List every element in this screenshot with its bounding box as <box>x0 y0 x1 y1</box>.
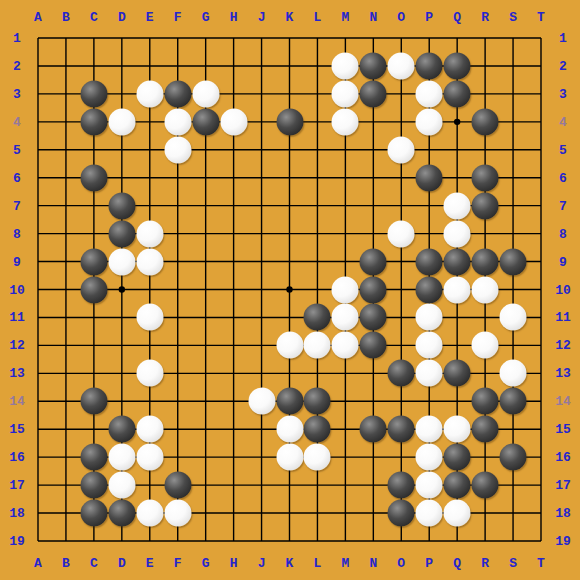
black-stone-O13 <box>388 360 415 387</box>
col-label-bottom-T: T <box>537 557 545 570</box>
row-label-right-6: 6 <box>559 171 567 184</box>
row-label-left-13: 13 <box>9 367 25 380</box>
white-stone-K16 <box>276 444 303 471</box>
black-stone-K4 <box>276 108 303 135</box>
col-label-top-J: J <box>258 11 266 24</box>
row-label-right-3: 3 <box>559 87 567 100</box>
black-stone-D18 <box>108 500 135 527</box>
col-label-top-O: O <box>397 11 405 24</box>
black-stone-S16 <box>500 444 527 471</box>
white-stone-P12 <box>416 332 443 359</box>
black-stone-C9 <box>80 248 107 275</box>
star-point-D10 <box>119 286 125 292</box>
black-stone-G4 <box>192 108 219 135</box>
white-stone-M3 <box>332 80 359 107</box>
white-stone-P17 <box>416 472 443 499</box>
col-label-bottom-K: K <box>286 557 294 570</box>
black-stone-Q2 <box>444 52 471 79</box>
row-label-left-5: 5 <box>13 143 21 156</box>
col-label-bottom-M: M <box>341 557 349 570</box>
col-label-top-E: E <box>146 11 154 24</box>
row-label-left-15: 15 <box>9 423 25 436</box>
col-label-bottom-O: O <box>397 557 405 570</box>
col-label-bottom-G: G <box>202 557 210 570</box>
col-label-bottom-R: R <box>481 557 489 570</box>
white-stone-Q15 <box>444 416 471 443</box>
row-label-left-8: 8 <box>13 227 21 240</box>
white-stone-R10 <box>472 276 499 303</box>
black-stone-C17 <box>80 472 107 499</box>
col-label-top-N: N <box>369 11 377 24</box>
row-label-left-6: 6 <box>13 171 21 184</box>
black-stone-C18 <box>80 500 107 527</box>
black-stone-O17 <box>388 472 415 499</box>
black-stone-R9 <box>472 248 499 275</box>
white-stone-K15 <box>276 416 303 443</box>
col-label-bottom-S: S <box>509 557 517 570</box>
black-stone-C6 <box>80 164 107 191</box>
row-label-right-18: 18 <box>555 507 571 520</box>
white-stone-E16 <box>136 444 163 471</box>
white-stone-R12 <box>472 332 499 359</box>
col-label-top-H: H <box>230 11 238 24</box>
row-label-right-2: 2 <box>559 59 567 72</box>
black-stone-N15 <box>360 416 387 443</box>
white-stone-L12 <box>304 332 331 359</box>
black-stone-N11 <box>360 304 387 331</box>
white-stone-J14 <box>248 388 275 415</box>
row-label-right-15: 15 <box>555 423 571 436</box>
white-stone-D4 <box>108 108 135 135</box>
row-label-left-16: 16 <box>9 451 25 464</box>
white-stone-M11 <box>332 304 359 331</box>
white-stone-F4 <box>164 108 191 135</box>
row-label-left-17: 17 <box>9 479 25 492</box>
black-stone-D8 <box>108 220 135 247</box>
col-label-top-K: K <box>286 11 294 24</box>
white-stone-M4 <box>332 108 359 135</box>
white-stone-P13 <box>416 360 443 387</box>
col-label-top-Q: Q <box>453 11 461 24</box>
black-stone-P9 <box>416 248 443 275</box>
black-stone-C4 <box>80 108 107 135</box>
white-stone-E8 <box>136 220 163 247</box>
col-label-top-C: C <box>90 11 98 24</box>
star-point-Q4 <box>454 119 460 125</box>
black-stone-R6 <box>472 164 499 191</box>
white-stone-Q7 <box>444 192 471 219</box>
black-stone-C3 <box>80 80 107 107</box>
row-label-left-11: 11 <box>9 311 25 324</box>
row-label-right-8: 8 <box>559 227 567 240</box>
row-label-right-1: 1 <box>559 32 567 45</box>
white-stone-O2 <box>388 52 415 79</box>
row-label-left-19: 19 <box>9 535 25 548</box>
row-label-left-4: 4 <box>13 115 21 128</box>
row-label-right-7: 7 <box>559 199 567 212</box>
white-stone-F5 <box>164 136 191 163</box>
white-stone-F18 <box>164 500 191 527</box>
white-stone-E3 <box>136 80 163 107</box>
col-label-top-T: T <box>537 11 545 24</box>
col-label-bottom-P: P <box>425 557 433 570</box>
row-label-right-17: 17 <box>555 479 571 492</box>
white-stone-O5 <box>388 136 415 163</box>
black-stone-Q16 <box>444 444 471 471</box>
white-stone-D9 <box>108 248 135 275</box>
col-label-bottom-H: H <box>230 557 238 570</box>
black-stone-Q13 <box>444 360 471 387</box>
black-stone-L15 <box>304 416 331 443</box>
black-stone-L11 <box>304 304 331 331</box>
white-stone-Q8 <box>444 220 471 247</box>
black-stone-R14 <box>472 388 499 415</box>
black-stone-C14 <box>80 388 107 415</box>
white-stone-H4 <box>220 108 247 135</box>
row-label-right-16: 16 <box>555 451 571 464</box>
black-stone-F17 <box>164 472 191 499</box>
col-label-top-A: A <box>34 11 42 24</box>
row-label-right-14: 14 <box>555 395 571 408</box>
col-label-bottom-C: C <box>90 557 98 570</box>
white-stone-G3 <box>192 80 219 107</box>
black-stone-R7 <box>472 192 499 219</box>
black-stone-K14 <box>276 388 303 415</box>
col-label-bottom-J: J <box>258 557 266 570</box>
white-stone-P15 <box>416 416 443 443</box>
row-label-right-12: 12 <box>555 339 571 352</box>
black-stone-R17 <box>472 472 499 499</box>
row-label-left-12: 12 <box>9 339 25 352</box>
row-label-left-1: 1 <box>13 32 21 45</box>
black-stone-N10 <box>360 276 387 303</box>
row-label-right-11: 11 <box>555 311 571 324</box>
white-stone-K12 <box>276 332 303 359</box>
black-stone-O18 <box>388 500 415 527</box>
black-stone-R4 <box>472 108 499 135</box>
black-stone-Q3 <box>444 80 471 107</box>
black-stone-C16 <box>80 444 107 471</box>
white-stone-P16 <box>416 444 443 471</box>
white-stone-Q10 <box>444 276 471 303</box>
white-stone-E13 <box>136 360 163 387</box>
black-stone-P6 <box>416 164 443 191</box>
col-label-bottom-B: B <box>62 557 70 570</box>
row-label-right-5: 5 <box>559 143 567 156</box>
black-stone-S14 <box>500 388 527 415</box>
black-stone-O15 <box>388 416 415 443</box>
white-stone-P4 <box>416 108 443 135</box>
white-stone-D16 <box>108 444 135 471</box>
black-stone-P2 <box>416 52 443 79</box>
col-label-top-R: R <box>481 11 489 24</box>
black-stone-N12 <box>360 332 387 359</box>
col-label-bottom-F: F <box>174 557 182 570</box>
row-label-right-4: 4 <box>559 115 567 128</box>
white-stone-M2 <box>332 52 359 79</box>
white-stone-M10 <box>332 276 359 303</box>
white-stone-P3 <box>416 80 443 107</box>
black-stone-Q17 <box>444 472 471 499</box>
black-stone-C10 <box>80 276 107 303</box>
white-stone-S13 <box>500 360 527 387</box>
row-label-right-9: 9 <box>559 255 567 268</box>
col-label-bottom-D: D <box>118 557 126 570</box>
row-label-left-2: 2 <box>13 59 21 72</box>
col-label-top-D: D <box>118 11 126 24</box>
go-board[interactable]: AABBCCDDEEFFGGHHJJKKLLMMNNOOPPQQRRSSTT11… <box>0 0 580 580</box>
col-label-top-L: L <box>314 11 322 24</box>
white-stone-S11 <box>500 304 527 331</box>
white-stone-P11 <box>416 304 443 331</box>
col-label-top-G: G <box>202 11 210 24</box>
col-label-top-M: M <box>341 11 349 24</box>
black-stone-P10 <box>416 276 443 303</box>
black-stone-F3 <box>164 80 191 107</box>
black-stone-N9 <box>360 248 387 275</box>
black-stone-D7 <box>108 192 135 219</box>
black-stone-N3 <box>360 80 387 107</box>
row-label-right-19: 19 <box>555 535 571 548</box>
row-label-right-10: 10 <box>555 283 571 296</box>
row-label-left-10: 10 <box>9 283 25 296</box>
white-stone-O8 <box>388 220 415 247</box>
white-stone-Q18 <box>444 500 471 527</box>
black-stone-N2 <box>360 52 387 79</box>
black-stone-D15 <box>108 416 135 443</box>
col-label-bottom-N: N <box>369 557 377 570</box>
white-stone-D17 <box>108 472 135 499</box>
col-label-bottom-L: L <box>314 557 322 570</box>
row-label-left-14: 14 <box>9 395 25 408</box>
white-stone-E18 <box>136 500 163 527</box>
col-label-bottom-A: A <box>34 557 42 570</box>
row-label-left-7: 7 <box>13 199 21 212</box>
row-label-left-3: 3 <box>13 87 21 100</box>
white-stone-E15 <box>136 416 163 443</box>
white-stone-P18 <box>416 500 443 527</box>
col-label-bottom-Q: Q <box>453 557 461 570</box>
star-point-K10 <box>286 286 292 292</box>
col-label-bottom-E: E <box>146 557 154 570</box>
black-stone-L14 <box>304 388 331 415</box>
black-stone-S9 <box>500 248 527 275</box>
white-stone-E11 <box>136 304 163 331</box>
white-stone-L16 <box>304 444 331 471</box>
col-label-top-F: F <box>174 11 182 24</box>
col-label-top-P: P <box>425 11 433 24</box>
black-stone-Q9 <box>444 248 471 275</box>
row-label-left-9: 9 <box>13 255 21 268</box>
col-label-top-S: S <box>509 11 517 24</box>
white-stone-E9 <box>136 248 163 275</box>
white-stone-M12 <box>332 332 359 359</box>
col-label-top-B: B <box>62 11 70 24</box>
black-stone-R15 <box>472 416 499 443</box>
row-label-left-18: 18 <box>9 507 25 520</box>
row-label-right-13: 13 <box>555 367 571 380</box>
